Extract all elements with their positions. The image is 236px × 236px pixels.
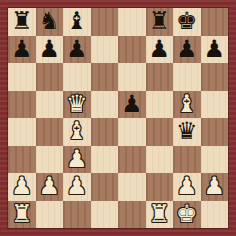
square-h4[interactable] xyxy=(201,118,229,146)
square-f7[interactable]: ♟ xyxy=(146,36,174,64)
white-pawn-c3: ♟ xyxy=(66,146,88,174)
square-a1[interactable]: ♜ xyxy=(8,201,36,229)
black-pawn-f7: ♟ xyxy=(148,36,170,64)
square-e4[interactable] xyxy=(118,118,146,146)
square-g7[interactable]: ♟ xyxy=(173,36,201,64)
board-frame: ♜♞♝♜♚♟♟♟♟♟♟♛♟♝♝♛♟♟♟♟♟♟♜♜♚ xyxy=(0,0,236,236)
square-h2[interactable]: ♟ xyxy=(201,173,229,201)
square-a2[interactable]: ♟ xyxy=(8,173,36,201)
black-pawn-c7: ♟ xyxy=(66,36,88,64)
square-g6[interactable] xyxy=(173,63,201,91)
square-b7[interactable]: ♟ xyxy=(36,36,64,64)
square-b8[interactable]: ♞ xyxy=(36,8,64,36)
black-pawn-h7: ♟ xyxy=(203,36,225,64)
white-king-g1: ♚ xyxy=(176,201,198,229)
square-h3[interactable] xyxy=(201,146,229,174)
square-b2[interactable]: ♟ xyxy=(36,173,64,201)
white-pawn-a2: ♟ xyxy=(11,173,33,201)
white-pawn-c2: ♟ xyxy=(66,173,88,201)
black-queen-g4: ♛ xyxy=(176,118,198,146)
black-pawn-b7: ♟ xyxy=(38,36,60,64)
square-b6[interactable] xyxy=(36,63,64,91)
black-pawn-a7: ♟ xyxy=(11,36,33,64)
square-d6[interactable] xyxy=(91,63,119,91)
square-c8[interactable]: ♝ xyxy=(63,8,91,36)
square-d7[interactable] xyxy=(91,36,119,64)
square-g1[interactable]: ♚ xyxy=(173,201,201,229)
square-h5[interactable] xyxy=(201,91,229,119)
square-f4[interactable] xyxy=(146,118,174,146)
square-a4[interactable] xyxy=(8,118,36,146)
square-e1[interactable] xyxy=(118,201,146,229)
square-b4[interactable] xyxy=(36,118,64,146)
square-d2[interactable] xyxy=(91,173,119,201)
square-b1[interactable] xyxy=(36,201,64,229)
square-e8[interactable] xyxy=(118,8,146,36)
square-c1[interactable] xyxy=(63,201,91,229)
square-c6[interactable] xyxy=(63,63,91,91)
square-f8[interactable]: ♜ xyxy=(146,8,174,36)
square-g4[interactable]: ♛ xyxy=(173,118,201,146)
square-a3[interactable] xyxy=(8,146,36,174)
black-knight-b8: ♞ xyxy=(38,8,60,36)
square-e3[interactable] xyxy=(118,146,146,174)
white-queen-c5: ♛ xyxy=(66,91,88,119)
square-h7[interactable]: ♟ xyxy=(201,36,229,64)
square-g3[interactable] xyxy=(173,146,201,174)
square-d3[interactable] xyxy=(91,146,119,174)
white-rook-f1: ♜ xyxy=(148,201,170,229)
square-e5[interactable]: ♟ xyxy=(118,91,146,119)
square-a6[interactable] xyxy=(8,63,36,91)
black-pawn-e5: ♟ xyxy=(121,91,143,119)
white-bishop-c4: ♝ xyxy=(66,118,88,146)
square-g2[interactable]: ♟ xyxy=(173,173,201,201)
square-f6[interactable] xyxy=(146,63,174,91)
square-e2[interactable] xyxy=(118,173,146,201)
square-f5[interactable] xyxy=(146,91,174,119)
black-rook-f8: ♜ xyxy=(148,8,170,36)
square-a5[interactable] xyxy=(8,91,36,119)
square-c3[interactable]: ♟ xyxy=(63,146,91,174)
square-c2[interactable]: ♟ xyxy=(63,173,91,201)
white-bishop-g5: ♝ xyxy=(176,91,198,119)
square-a8[interactable]: ♜ xyxy=(8,8,36,36)
square-c4[interactable]: ♝ xyxy=(63,118,91,146)
white-pawn-g2: ♟ xyxy=(176,173,198,201)
square-b5[interactable] xyxy=(36,91,64,119)
square-g8[interactable]: ♚ xyxy=(173,8,201,36)
square-h1[interactable] xyxy=(201,201,229,229)
black-bishop-c8: ♝ xyxy=(66,8,88,36)
square-c7[interactable]: ♟ xyxy=(63,36,91,64)
white-pawn-b2: ♟ xyxy=(38,173,60,201)
square-f2[interactable] xyxy=(146,173,174,201)
black-king-g8: ♚ xyxy=(176,8,198,36)
square-g5[interactable]: ♝ xyxy=(173,91,201,119)
white-rook-a1: ♜ xyxy=(11,201,33,229)
square-f3[interactable] xyxy=(146,146,174,174)
square-d5[interactable] xyxy=(91,91,119,119)
square-d4[interactable] xyxy=(91,118,119,146)
square-e6[interactable] xyxy=(118,63,146,91)
square-h8[interactable] xyxy=(201,8,229,36)
square-c5[interactable]: ♛ xyxy=(63,91,91,119)
square-d1[interactable] xyxy=(91,201,119,229)
chess-board: ♜♞♝♜♚♟♟♟♟♟♟♛♟♝♝♛♟♟♟♟♟♟♜♜♚ xyxy=(8,8,228,228)
square-a7[interactable]: ♟ xyxy=(8,36,36,64)
black-rook-a8: ♜ xyxy=(11,8,33,36)
black-pawn-g7: ♟ xyxy=(176,36,198,64)
square-f1[interactable]: ♜ xyxy=(146,201,174,229)
square-h6[interactable] xyxy=(201,63,229,91)
square-b3[interactable] xyxy=(36,146,64,174)
square-d8[interactable] xyxy=(91,8,119,36)
white-pawn-h2: ♟ xyxy=(203,173,225,201)
square-e7[interactable] xyxy=(118,36,146,64)
